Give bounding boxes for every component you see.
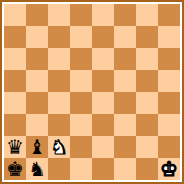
white-knight-piece: ♞: [50, 137, 68, 157]
square-b4[interactable]: [26, 92, 48, 114]
square-a3[interactable]: [4, 114, 26, 136]
square-c1[interactable]: [48, 158, 70, 180]
square-d3[interactable]: [70, 114, 92, 136]
square-a8[interactable]: [4, 4, 26, 26]
square-d5[interactable]: [70, 70, 92, 92]
black-knight-piece: ♞: [28, 159, 46, 179]
square-b5[interactable]: [26, 70, 48, 92]
square-f4[interactable]: [114, 92, 136, 114]
square-e7[interactable]: [92, 26, 114, 48]
black-bishop-piece: ♝: [28, 137, 46, 157]
square-h7[interactable]: [158, 26, 180, 48]
square-h4[interactable]: [158, 92, 180, 114]
square-e2[interactable]: [92, 136, 114, 158]
black-king-piece: ♚: [6, 159, 24, 179]
square-c3[interactable]: [48, 114, 70, 136]
square-g4[interactable]: [136, 92, 158, 114]
square-f5[interactable]: [114, 70, 136, 92]
square-d1[interactable]: [70, 158, 92, 180]
square-b6[interactable]: [26, 48, 48, 70]
square-b1[interactable]: ♞: [26, 158, 48, 180]
square-f1[interactable]: [114, 158, 136, 180]
square-b8[interactable]: [26, 4, 48, 26]
square-h8[interactable]: [158, 4, 180, 26]
square-a4[interactable]: [4, 92, 26, 114]
white-king-piece: ♚: [160, 159, 178, 179]
square-d6[interactable]: [70, 48, 92, 70]
square-d4[interactable]: [70, 92, 92, 114]
square-g3[interactable]: [136, 114, 158, 136]
square-a1[interactable]: ♚: [4, 158, 26, 180]
square-h5[interactable]: [158, 70, 180, 92]
square-a2[interactable]: ♛: [4, 136, 26, 158]
square-c2[interactable]: ♞: [48, 136, 70, 158]
square-g8[interactable]: [136, 4, 158, 26]
black-queen-piece: ♛: [6, 137, 24, 157]
square-f8[interactable]: [114, 4, 136, 26]
square-b7[interactable]: [26, 26, 48, 48]
square-h2[interactable]: [158, 136, 180, 158]
square-c7[interactable]: [48, 26, 70, 48]
square-a6[interactable]: [4, 48, 26, 70]
square-h6[interactable]: [158, 48, 180, 70]
square-e3[interactable]: [92, 114, 114, 136]
square-f7[interactable]: [114, 26, 136, 48]
square-c6[interactable]: [48, 48, 70, 70]
square-h1[interactable]: ♚: [158, 158, 180, 180]
square-g5[interactable]: [136, 70, 158, 92]
square-g1[interactable]: [136, 158, 158, 180]
square-d8[interactable]: [70, 4, 92, 26]
board-inner-border: ♛♝♞♚♞♚: [2, 2, 182, 182]
square-c4[interactable]: [48, 92, 70, 114]
board-frame: ♛♝♞♚♞♚: [0, 0, 184, 184]
square-c5[interactable]: [48, 70, 70, 92]
square-e1[interactable]: [92, 158, 114, 180]
square-c8[interactable]: [48, 4, 70, 26]
square-e4[interactable]: [92, 92, 114, 114]
square-d2[interactable]: [70, 136, 92, 158]
square-a7[interactable]: [4, 26, 26, 48]
square-e5[interactable]: [92, 70, 114, 92]
square-g6[interactable]: [136, 48, 158, 70]
square-f6[interactable]: [114, 48, 136, 70]
square-e6[interactable]: [92, 48, 114, 70]
square-f3[interactable]: [114, 114, 136, 136]
chess-board: ♛♝♞♚♞♚: [4, 4, 180, 180]
square-e8[interactable]: [92, 4, 114, 26]
square-g7[interactable]: [136, 26, 158, 48]
square-a5[interactable]: [4, 70, 26, 92]
square-b2[interactable]: ♝: [26, 136, 48, 158]
square-d7[interactable]: [70, 26, 92, 48]
square-b3[interactable]: [26, 114, 48, 136]
square-h3[interactable]: [158, 114, 180, 136]
square-g2[interactable]: [136, 136, 158, 158]
square-f2[interactable]: [114, 136, 136, 158]
